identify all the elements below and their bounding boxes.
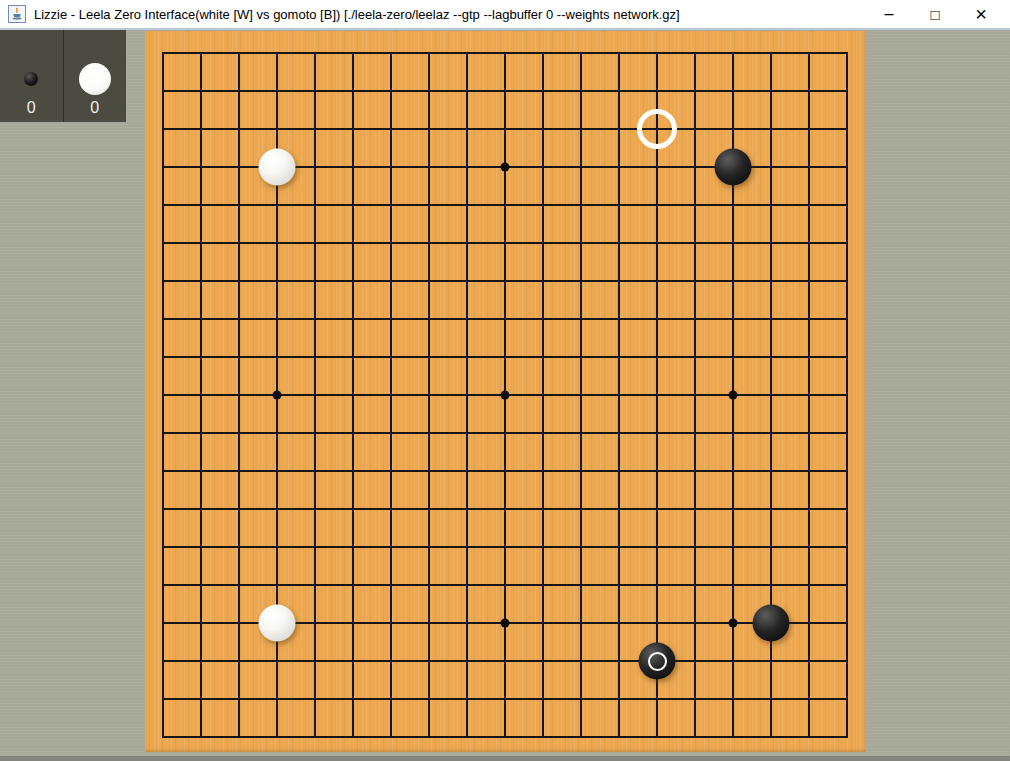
white-stone-D4 — [259, 605, 296, 642]
grid-line-vertical — [542, 52, 544, 738]
black-stone-R4 — [753, 605, 790, 642]
grid-line-horizontal — [162, 546, 848, 548]
white-captures-cell: 0 — [64, 30, 127, 122]
white-stone-D16 — [259, 149, 296, 186]
window-title: Lizzie - Leela Zero Interface(white [W] … — [34, 7, 866, 22]
next-move-hint-circle — [637, 109, 677, 149]
capture-tray: 0 0 — [0, 30, 126, 122]
black-capture-count: 0 — [0, 99, 63, 117]
minimize-button[interactable]: – — [866, 0, 912, 28]
window-controls: – □ × — [866, 0, 1004, 28]
black-captures-cell: 0 — [0, 30, 64, 122]
window-bottom-edge — [0, 756, 1010, 761]
star-point — [501, 391, 510, 400]
maximize-button[interactable]: □ — [912, 0, 958, 28]
grid-line-vertical — [618, 52, 620, 738]
star-point — [501, 163, 510, 172]
java-app-icon — [8, 5, 26, 23]
last-move-marker — [648, 652, 667, 671]
black-stone-Q16 — [715, 149, 752, 186]
black-stone-O3 — [639, 643, 676, 680]
grid-line-horizontal — [162, 470, 848, 472]
grid-line-vertical — [580, 52, 582, 738]
go-board[interactable] — [145, 31, 866, 752]
content-area: 0 0 — [0, 30, 1010, 761]
grid-line-horizontal — [162, 432, 848, 434]
grid-line-vertical — [656, 52, 658, 738]
grid-line-horizontal — [162, 660, 848, 662]
board-grid — [163, 53, 847, 737]
grid-line-vertical — [846, 52, 848, 738]
grid-line-vertical — [808, 52, 810, 738]
black-stone-icon — [24, 72, 38, 86]
star-point — [729, 391, 738, 400]
grid-line-horizontal — [162, 584, 848, 586]
star-point — [273, 391, 282, 400]
grid-line-vertical — [694, 52, 696, 738]
close-button[interactable]: × — [958, 0, 1004, 28]
star-point — [501, 619, 510, 628]
grid-line-horizontal — [162, 736, 848, 738]
lizzie-window: Lizzie - Leela Zero Interface(white [W] … — [0, 0, 1010, 761]
grid-line-horizontal — [162, 698, 848, 700]
grid-line-horizontal — [162, 508, 848, 510]
star-point — [729, 619, 738, 628]
white-stone-icon — [79, 63, 111, 95]
titlebar[interactable]: Lizzie - Leela Zero Interface(white [W] … — [0, 0, 1010, 30]
white-capture-count: 0 — [64, 99, 127, 117]
